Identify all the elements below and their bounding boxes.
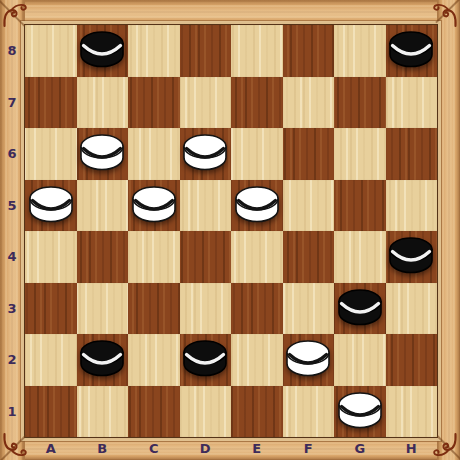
rank-label-1: 1 — [0, 386, 24, 438]
square-h5[interactable] — [386, 180, 438, 232]
checkers-board — [25, 25, 437, 437]
square-h3[interactable] — [386, 283, 438, 335]
rank-label-2: 2 — [0, 334, 24, 386]
square-c1[interactable] — [128, 386, 180, 438]
square-e3[interactable] — [231, 283, 283, 335]
square-h7[interactable] — [386, 77, 438, 129]
square-a2[interactable] — [25, 334, 77, 386]
rank-label-3: 3 — [0, 283, 24, 335]
rank-label-6: 6 — [0, 128, 24, 180]
square-a3[interactable] — [25, 283, 77, 335]
square-g5[interactable] — [334, 180, 386, 232]
file-label-d: D — [180, 437, 232, 460]
square-b4[interactable] — [77, 231, 129, 283]
piece-black-man[interactable] — [80, 31, 124, 68]
square-d8[interactable] — [180, 25, 232, 77]
rank-label-7: 7 — [0, 77, 24, 129]
square-h2[interactable] — [386, 334, 438, 386]
square-e2[interactable] — [231, 334, 283, 386]
square-b3[interactable] — [77, 283, 129, 335]
square-g8[interactable] — [334, 25, 386, 77]
square-c7[interactable] — [128, 77, 180, 129]
square-e7[interactable] — [231, 77, 283, 129]
rank-label-5: 5 — [0, 180, 24, 232]
square-b5[interactable] — [77, 180, 129, 232]
square-h1[interactable] — [386, 386, 438, 438]
file-label-b: B — [77, 437, 129, 460]
square-f7[interactable] — [283, 77, 335, 129]
square-g7[interactable] — [334, 77, 386, 129]
piece-black-man[interactable] — [80, 340, 124, 377]
square-e1[interactable] — [231, 386, 283, 438]
file-label-h: H — [386, 437, 438, 460]
file-label-g: G — [334, 437, 386, 460]
square-a4[interactable] — [25, 231, 77, 283]
file-label-c: C — [128, 437, 180, 460]
piece-white-man[interactable] — [183, 134, 227, 171]
piece-white-man[interactable] — [286, 340, 330, 377]
square-e8[interactable] — [231, 25, 283, 77]
piece-white-man[interactable] — [80, 134, 124, 171]
piece-white-man[interactable] — [132, 186, 176, 223]
square-a6[interactable] — [25, 128, 77, 180]
checkers-app-window: 87654321ABCDEFGH — [0, 0, 460, 460]
piece-black-man[interactable] — [338, 289, 382, 326]
piece-black-man[interactable] — [389, 31, 433, 68]
square-a7[interactable] — [25, 77, 77, 129]
square-g6[interactable] — [334, 128, 386, 180]
board-frame-right — [437, 0, 460, 460]
square-d3[interactable] — [180, 283, 232, 335]
square-d4[interactable] — [180, 231, 232, 283]
square-d1[interactable] — [180, 386, 232, 438]
square-f4[interactable] — [283, 231, 335, 283]
piece-black-man[interactable] — [389, 237, 433, 274]
square-f5[interactable] — [283, 180, 335, 232]
board-frame-top — [0, 0, 460, 25]
square-a1[interactable] — [25, 386, 77, 438]
piece-white-man[interactable] — [235, 186, 279, 223]
square-d5[interactable] — [180, 180, 232, 232]
square-c4[interactable] — [128, 231, 180, 283]
square-c2[interactable] — [128, 334, 180, 386]
square-b7[interactable] — [77, 77, 129, 129]
rank-label-4: 4 — [0, 231, 24, 283]
corner-ornament-icon — [432, 2, 458, 28]
square-f1[interactable] — [283, 386, 335, 438]
piece-black-man[interactable] — [183, 340, 227, 377]
file-label-e: E — [231, 437, 283, 460]
file-label-f: F — [283, 437, 335, 460]
square-a8[interactable] — [25, 25, 77, 77]
square-c8[interactable] — [128, 25, 180, 77]
square-f6[interactable] — [283, 128, 335, 180]
rank-label-8: 8 — [0, 25, 24, 77]
square-b1[interactable] — [77, 386, 129, 438]
square-f3[interactable] — [283, 283, 335, 335]
square-c3[interactable] — [128, 283, 180, 335]
square-d7[interactable] — [180, 77, 232, 129]
file-label-a: A — [25, 437, 77, 460]
piece-white-man[interactable] — [338, 392, 382, 429]
square-h6[interactable] — [386, 128, 438, 180]
square-f8[interactable] — [283, 25, 335, 77]
square-g4[interactable] — [334, 231, 386, 283]
square-c6[interactable] — [128, 128, 180, 180]
square-e6[interactable] — [231, 128, 283, 180]
square-e4[interactable] — [231, 231, 283, 283]
square-g2[interactable] — [334, 334, 386, 386]
piece-white-man[interactable] — [29, 186, 73, 223]
